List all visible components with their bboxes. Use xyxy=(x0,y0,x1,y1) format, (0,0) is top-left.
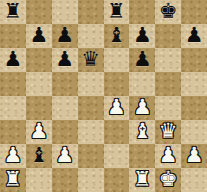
chess-app-window: ♜♜♚♟♟♝♟♟♟♟♛♟♟♟♟♝♛♟♝♟♟♟♜♜♚ xyxy=(0,0,207,192)
square-b7[interactable]: ♟ xyxy=(26,24,52,48)
square-d4[interactable] xyxy=(78,96,104,120)
square-h8[interactable] xyxy=(181,0,207,24)
white-pawn: ♟ xyxy=(4,144,23,167)
square-g8[interactable]: ♚ xyxy=(155,0,181,24)
square-d2[interactable] xyxy=(78,144,104,168)
white-rook: ♜ xyxy=(133,168,152,191)
square-g1[interactable]: ♚ xyxy=(155,168,181,192)
square-h7[interactable]: ♟ xyxy=(181,24,207,48)
black-pawn: ♟ xyxy=(55,24,74,47)
white-rook: ♜ xyxy=(4,168,23,191)
square-c2[interactable]: ♟ xyxy=(52,144,78,168)
square-d5[interactable] xyxy=(78,72,104,96)
square-a1[interactable]: ♜ xyxy=(0,168,26,192)
square-h2[interactable]: ♟ xyxy=(181,144,207,168)
black-pawn: ♟ xyxy=(4,48,23,71)
black-king: ♚ xyxy=(159,0,178,23)
square-a5[interactable] xyxy=(0,72,26,96)
white-queen: ♛ xyxy=(159,120,178,143)
square-g4[interactable] xyxy=(155,96,181,120)
white-pawn: ♟ xyxy=(55,144,74,167)
square-a3[interactable] xyxy=(0,120,26,144)
square-e2[interactable] xyxy=(104,144,130,168)
square-b1[interactable] xyxy=(26,168,52,192)
square-a8[interactable]: ♜ xyxy=(0,0,26,24)
black-pawn: ♟ xyxy=(133,24,152,47)
square-h6[interactable] xyxy=(181,48,207,72)
square-c5[interactable] xyxy=(52,72,78,96)
square-b6[interactable] xyxy=(26,48,52,72)
black-rook: ♜ xyxy=(107,0,126,23)
square-e5[interactable] xyxy=(104,72,130,96)
square-a2[interactable]: ♟ xyxy=(0,144,26,168)
black-pawn: ♟ xyxy=(133,48,152,71)
square-b8[interactable] xyxy=(26,0,52,24)
square-e4[interactable]: ♟ xyxy=(104,96,130,120)
white-pawn: ♟ xyxy=(159,144,178,167)
square-f3[interactable]: ♝ xyxy=(129,120,155,144)
chess-board: ♜♜♚♟♟♝♟♟♟♟♛♟♟♟♟♝♛♟♝♟♟♟♜♜♚ xyxy=(0,0,207,192)
square-c8[interactable] xyxy=(52,0,78,24)
black-rook: ♜ xyxy=(4,0,23,23)
black-bishop: ♝ xyxy=(29,144,48,167)
square-f1[interactable]: ♜ xyxy=(129,168,155,192)
square-c4[interactable] xyxy=(52,96,78,120)
square-d7[interactable] xyxy=(78,24,104,48)
white-pawn: ♟ xyxy=(133,96,152,119)
white-pawn: ♟ xyxy=(29,120,48,143)
black-pawn: ♟ xyxy=(29,24,48,47)
square-b2[interactable]: ♝ xyxy=(26,144,52,168)
square-d8[interactable] xyxy=(78,0,104,24)
square-f4[interactable]: ♟ xyxy=(129,96,155,120)
square-f6[interactable]: ♟ xyxy=(129,48,155,72)
square-d1[interactable] xyxy=(78,168,104,192)
square-g7[interactable] xyxy=(155,24,181,48)
white-pawn: ♟ xyxy=(107,96,126,119)
square-a6[interactable]: ♟ xyxy=(0,48,26,72)
square-e6[interactable] xyxy=(104,48,130,72)
square-a7[interactable] xyxy=(0,24,26,48)
white-bishop: ♝ xyxy=(133,120,152,143)
square-g3[interactable]: ♛ xyxy=(155,120,181,144)
black-pawn: ♟ xyxy=(55,48,74,71)
square-d6[interactable]: ♛ xyxy=(78,48,104,72)
square-g6[interactable] xyxy=(155,48,181,72)
square-g5[interactable] xyxy=(155,72,181,96)
square-g2[interactable]: ♟ xyxy=(155,144,181,168)
square-c1[interactable] xyxy=(52,168,78,192)
square-e7[interactable]: ♝ xyxy=(104,24,130,48)
square-e1[interactable] xyxy=(104,168,130,192)
square-b4[interactable] xyxy=(26,96,52,120)
square-c3[interactable] xyxy=(52,120,78,144)
square-b5[interactable] xyxy=(26,72,52,96)
square-f5[interactable] xyxy=(129,72,155,96)
square-e3[interactable] xyxy=(104,120,130,144)
square-h5[interactable] xyxy=(181,72,207,96)
white-pawn: ♟ xyxy=(185,144,204,167)
black-pawn: ♟ xyxy=(185,24,204,47)
square-c7[interactable]: ♟ xyxy=(52,24,78,48)
square-h3[interactable] xyxy=(181,120,207,144)
black-queen: ♛ xyxy=(81,48,100,71)
square-h4[interactable] xyxy=(181,96,207,120)
black-bishop: ♝ xyxy=(107,24,126,47)
square-f8[interactable] xyxy=(129,0,155,24)
square-h1[interactable] xyxy=(181,168,207,192)
square-d3[interactable] xyxy=(78,120,104,144)
square-f7[interactable]: ♟ xyxy=(129,24,155,48)
square-b3[interactable]: ♟ xyxy=(26,120,52,144)
square-a4[interactable] xyxy=(0,96,26,120)
white-king: ♚ xyxy=(159,168,178,191)
square-c6[interactable]: ♟ xyxy=(52,48,78,72)
square-f2[interactable] xyxy=(129,144,155,168)
square-e8[interactable]: ♜ xyxy=(104,0,130,24)
